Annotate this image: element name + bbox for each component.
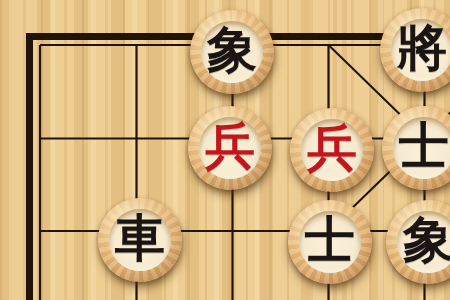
piece-character: 車 bbox=[115, 213, 165, 263]
piece-character: 象 bbox=[207, 25, 257, 75]
piece-face: 車 bbox=[109, 209, 171, 271]
piece-chariot-b8[interactable]: 車 bbox=[98, 198, 182, 282]
piece-soldier-c9[interactable]: 兵 bbox=[188, 106, 272, 190]
piece-character: 象 bbox=[403, 215, 450, 265]
piece-character: 士 bbox=[399, 121, 449, 171]
piece-face: 將 bbox=[391, 19, 450, 81]
piece-character: 將 bbox=[397, 23, 447, 73]
piece-face: 兵 bbox=[301, 119, 363, 181]
piece-face: 士 bbox=[393, 117, 450, 179]
piece-soldier-d9[interactable]: 兵 bbox=[290, 108, 374, 192]
piece-character: 兵 bbox=[307, 123, 357, 173]
piece-face: 象 bbox=[397, 211, 450, 273]
piece-elephant-c10[interactable]: 象 bbox=[190, 10, 274, 94]
piece-face: 士 bbox=[299, 211, 361, 273]
piece-character: 兵 bbox=[205, 121, 255, 171]
xiangqi-board[interactable]: 象將兵兵士車士象 bbox=[0, 0, 450, 300]
piece-face: 兵 bbox=[199, 117, 261, 179]
piece-character: 士 bbox=[305, 215, 355, 265]
piece-advisor-d8[interactable]: 士 bbox=[288, 200, 372, 284]
piece-face: 象 bbox=[201, 21, 263, 83]
